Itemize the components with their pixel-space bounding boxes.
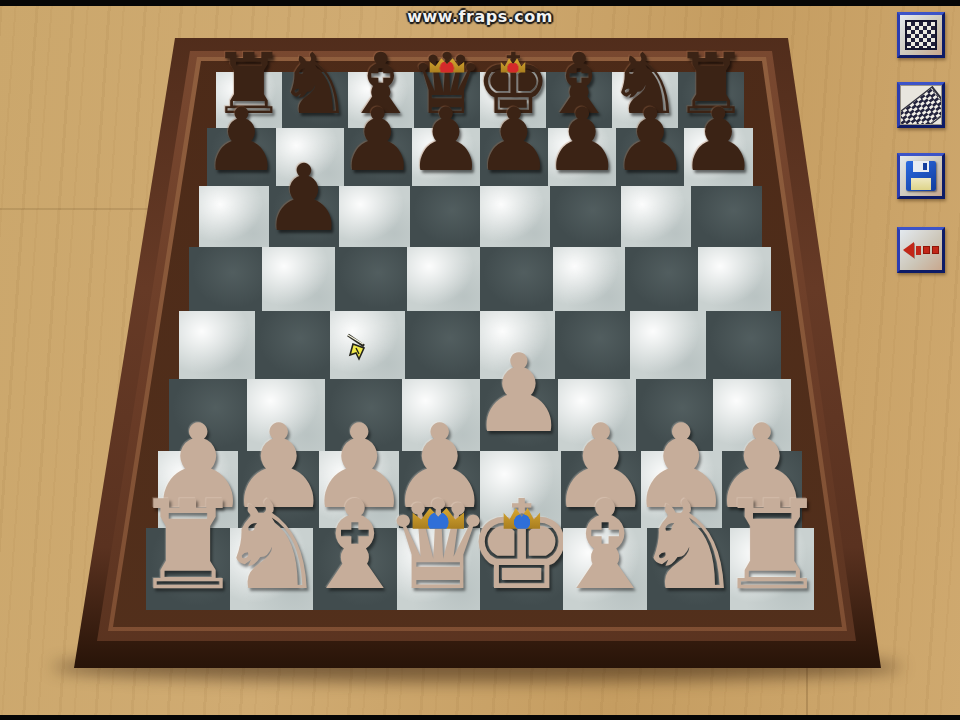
letterbox-bar-bottom (0, 715, 960, 720)
letterbox-bar-top (0, 0, 960, 6)
square-d5[interactable] (407, 247, 480, 311)
board-rank-1: ♜♞♝♛♚♝♞♜ (146, 528, 814, 610)
square-h5[interactable] (698, 247, 771, 311)
save-game-button[interactable] (897, 153, 945, 199)
square-g5[interactable] (625, 247, 698, 311)
board-3d-icon (900, 85, 942, 125)
square-g6[interactable] (621, 186, 691, 247)
piece-black-pawn[interactable]: ♟ (680, 97, 758, 184)
square-g4[interactable] (630, 311, 705, 379)
chess-board: ♜♞♝♛♚♝♞♜♟♟♟♟♟♟♟♟♟♟♟♟♟♟♟♟♜♞♝♛♚♝♞♜ (0, 72, 960, 610)
square-c5[interactable] (335, 247, 408, 311)
view-3d-board-button[interactable] (897, 82, 945, 128)
game-cursor-icon (344, 332, 374, 370)
piece-black-pawn[interactable]: ♟ (263, 153, 345, 245)
undo-move-button[interactable] (897, 227, 945, 273)
square-f7[interactable]: ♟ (548, 128, 616, 186)
fraps-watermark: www.fraps.com (0, 7, 960, 26)
square-h4[interactable] (706, 311, 781, 379)
square-e7[interactable]: ♟ (480, 128, 548, 186)
square-c7[interactable]: ♟ (344, 128, 412, 186)
piece-black-pawn[interactable]: ♟ (407, 97, 485, 184)
square-d7[interactable]: ♟ (412, 128, 480, 186)
square-b5[interactable] (262, 247, 335, 311)
board-rank-6: ♟ (199, 186, 762, 247)
square-h6[interactable] (691, 186, 761, 247)
square-b4[interactable] (255, 311, 330, 379)
board-2d-icon (905, 20, 937, 50)
save-floppy-icon (906, 161, 936, 191)
square-a6[interactable] (199, 186, 269, 247)
view-2d-board-button[interactable] (897, 12, 945, 58)
square-g7[interactable]: ♟ (616, 128, 684, 186)
square-f6[interactable] (550, 186, 620, 247)
square-e6[interactable] (480, 186, 550, 247)
piece-black-pawn[interactable]: ♟ (543, 97, 621, 184)
square-d6[interactable] (410, 186, 480, 247)
square-h7[interactable]: ♟ (684, 128, 752, 186)
square-f5[interactable] (553, 247, 626, 311)
square-a5[interactable] (189, 247, 262, 311)
piece-white-rook[interactable]: ♜ (717, 484, 827, 607)
square-h1[interactable]: ♜ (730, 528, 813, 610)
square-c6[interactable] (339, 186, 409, 247)
square-e5[interactable] (480, 247, 553, 311)
piece-black-pawn[interactable]: ♟ (611, 97, 689, 184)
piece-black-pawn[interactable]: ♟ (339, 97, 417, 184)
board-rank-5 (189, 247, 771, 311)
square-d4[interactable] (405, 311, 480, 379)
piece-black-pawn[interactable]: ♟ (475, 97, 553, 184)
undo-arrow-icon (903, 242, 939, 258)
square-a4[interactable] (179, 311, 254, 379)
square-b6[interactable]: ♟ (269, 186, 339, 247)
